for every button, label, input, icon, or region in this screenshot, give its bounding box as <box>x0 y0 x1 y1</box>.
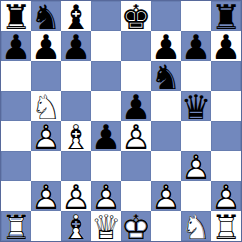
square-c4[interactable]: ♝♗ <box>61 121 91 151</box>
piece-white-pawn[interactable]: ♟♙ <box>121 121 151 151</box>
square-b4[interactable]: ♟♙ <box>31 121 61 151</box>
square-b7[interactable]: ♟ <box>31 31 61 61</box>
square-h6[interactable] <box>211 61 241 91</box>
piece-white-pawn[interactable]: ♟♙ <box>31 121 61 151</box>
square-c7[interactable]: ♟ <box>61 31 91 61</box>
square-f2[interactable]: ♟♙ <box>151 181 181 211</box>
square-a6[interactable] <box>1 61 31 91</box>
square-g5[interactable]: ♛ <box>181 91 211 121</box>
piece-white-rook[interactable]: ♜♖ <box>211 211 241 241</box>
square-a5[interactable] <box>1 91 31 121</box>
square-d8[interactable] <box>91 1 121 31</box>
piece-black-pawn[interactable]: ♟ <box>211 31 241 61</box>
white-piece-outline-glyph: ♔ <box>121 212 151 242</box>
square-g7[interactable]: ♟ <box>181 31 211 61</box>
square-f1[interactable] <box>151 211 181 241</box>
white-piece-outline-glyph: ♙ <box>121 122 151 152</box>
square-d6[interactable] <box>91 61 121 91</box>
piece-white-pawn[interactable]: ♟♙ <box>31 181 61 211</box>
square-a4[interactable] <box>1 121 31 151</box>
piece-black-king[interactable]: ♚ <box>121 1 151 31</box>
square-e8[interactable]: ♚ <box>121 1 151 31</box>
square-f5[interactable] <box>151 91 181 121</box>
black-piece-glyph: ♟ <box>181 32 211 62</box>
square-a7[interactable]: ♟ <box>1 31 31 61</box>
square-h1[interactable]: ♜♖ <box>211 211 241 241</box>
piece-white-queen[interactable]: ♛♕ <box>91 211 121 241</box>
square-f6[interactable]: ♞ <box>151 61 181 91</box>
white-piece-outline-glyph: ♖ <box>211 212 241 242</box>
black-piece-glyph: ♞ <box>151 62 181 92</box>
piece-white-pawn[interactable]: ♟♙ <box>151 181 181 211</box>
square-b1[interactable] <box>31 211 61 241</box>
square-b2[interactable]: ♟♙ <box>31 181 61 211</box>
square-d7[interactable] <box>91 31 121 61</box>
black-piece-glyph: ♟ <box>31 32 61 62</box>
square-g3[interactable]: ♟♙ <box>181 151 211 181</box>
white-piece-outline-glyph: ♕ <box>91 212 121 242</box>
square-a3[interactable] <box>1 151 31 181</box>
piece-black-pawn[interactable]: ♟ <box>61 31 91 61</box>
white-piece-outline-glyph: ♘ <box>181 212 211 242</box>
black-piece-glyph: ♟ <box>1 32 31 62</box>
square-h7[interactable]: ♟ <box>211 31 241 61</box>
square-e4[interactable]: ♟♙ <box>121 121 151 151</box>
square-a1[interactable]: ♜♖ <box>1 211 31 241</box>
square-c6[interactable] <box>61 61 91 91</box>
piece-black-pawn[interactable]: ♟ <box>31 31 61 61</box>
white-piece-outline-glyph: ♙ <box>31 122 61 152</box>
piece-black-knight[interactable]: ♞ <box>151 61 181 91</box>
square-c1[interactable]: ♝♗ <box>61 211 91 241</box>
piece-white-king[interactable]: ♚♔ <box>121 211 151 241</box>
white-piece-outline-glyph: ♙ <box>181 152 211 182</box>
black-piece-glyph: ♟ <box>91 122 121 152</box>
piece-black-pawn[interactable]: ♟ <box>181 31 211 61</box>
white-piece-outline-glyph: ♗ <box>61 212 91 242</box>
piece-white-knight[interactable]: ♞♘ <box>181 211 211 241</box>
white-piece-outline-glyph: ♙ <box>31 182 61 212</box>
square-e1[interactable]: ♚♔ <box>121 211 151 241</box>
black-piece-glyph: ♛ <box>181 92 211 122</box>
square-h5[interactable] <box>211 91 241 121</box>
white-piece-outline-glyph: ♖ <box>1 212 31 242</box>
piece-black-queen[interactable]: ♛ <box>181 91 211 121</box>
piece-black-pawn[interactable]: ♟ <box>1 31 31 61</box>
black-piece-glyph: ♟ <box>61 32 91 62</box>
black-piece-glyph: ♚ <box>121 2 151 32</box>
piece-white-rook[interactable]: ♜♖ <box>1 211 31 241</box>
black-piece-glyph: ♟ <box>211 32 241 62</box>
piece-white-bishop[interactable]: ♝♗ <box>61 211 91 241</box>
square-d4[interactable]: ♟ <box>91 121 121 151</box>
square-e7[interactable] <box>121 31 151 61</box>
square-f4[interactable] <box>151 121 181 151</box>
piece-white-pawn[interactable]: ♟♙ <box>181 151 211 181</box>
piece-white-bishop[interactable]: ♝♗ <box>61 121 91 151</box>
white-piece-outline-glyph: ♙ <box>151 182 181 212</box>
white-piece-outline-glyph: ♗ <box>61 122 91 152</box>
piece-black-pawn[interactable]: ♟ <box>91 121 121 151</box>
square-g1[interactable]: ♞♘ <box>181 211 211 241</box>
square-d1[interactable]: ♛♕ <box>91 211 121 241</box>
square-h4[interactable] <box>211 121 241 151</box>
chess-board: ♜♞♝♚♜♟♟♟♟♟♟♞♞♘♟♛♟♙♝♗♟♟♙♟♙♟♙♟♙♟♙♟♙♟♙♜♖♝♗♛… <box>0 0 242 242</box>
square-e3[interactable] <box>121 151 151 181</box>
